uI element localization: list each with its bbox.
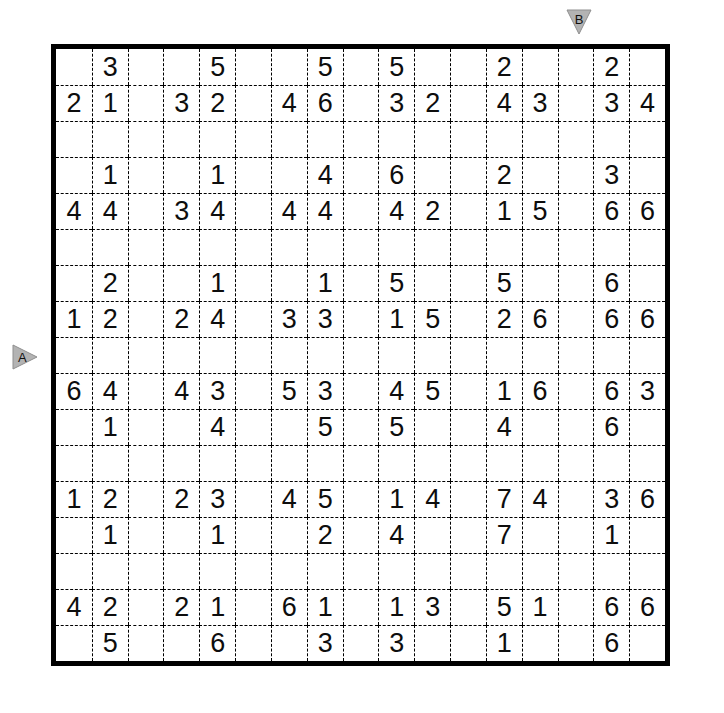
grid-cell <box>307 229 343 265</box>
grid-cell <box>629 49 665 85</box>
grid-cell-given: 1 <box>199 589 235 625</box>
grid-cell-given: 1 <box>486 625 522 661</box>
grid-cell <box>522 157 558 193</box>
grid-cell-given: 4 <box>378 517 414 553</box>
grid-cell <box>92 445 128 481</box>
grid-cell <box>163 409 199 445</box>
grid-cell <box>558 409 594 445</box>
grid-cell-given: 4 <box>522 481 558 517</box>
grid-cell-given: 1 <box>378 481 414 517</box>
grid-cell <box>56 337 92 373</box>
grid-cell-given: 1 <box>56 301 92 337</box>
grid-cell <box>92 337 128 373</box>
grid-cell-given: 4 <box>199 301 235 337</box>
grid-cell-given: 4 <box>271 481 307 517</box>
grid-cell <box>450 337 486 373</box>
grid-cell <box>235 193 271 229</box>
grid-cell <box>163 121 199 157</box>
grid-cell <box>128 85 164 121</box>
grid-cell-given: 6 <box>593 193 629 229</box>
grid-cell <box>522 229 558 265</box>
grid-cell <box>414 121 450 157</box>
grid-cell-given: 7 <box>486 481 522 517</box>
grid-cell <box>92 553 128 589</box>
grid-cell-given: 2 <box>92 265 128 301</box>
grid-cell-given: 2 <box>163 481 199 517</box>
grid-cell-given: 5 <box>378 409 414 445</box>
marker-a-label: A <box>18 350 27 365</box>
grid-cell-given: 2 <box>92 481 128 517</box>
grid-cell-given: 6 <box>522 301 558 337</box>
grid-cell <box>343 589 379 625</box>
grid-cell <box>235 49 271 85</box>
grid-cell <box>199 553 235 589</box>
grid-cell-given: 1 <box>199 517 235 553</box>
grid-cell <box>128 229 164 265</box>
grid-cell <box>343 409 379 445</box>
grid-cell-given: 3 <box>92 49 128 85</box>
grid-cell <box>450 445 486 481</box>
grid-cell <box>92 121 128 157</box>
grid-cell <box>593 337 629 373</box>
grid-cell <box>163 625 199 661</box>
grid-cell <box>271 337 307 373</box>
grid-cell <box>486 445 522 481</box>
grid-cell-given: 2 <box>163 589 199 625</box>
grid-cell <box>163 517 199 553</box>
grid-cell <box>414 625 450 661</box>
grid-cell <box>414 409 450 445</box>
grid-cell-given: 5 <box>486 265 522 301</box>
grid-cell-given: 6 <box>593 409 629 445</box>
grid-cell <box>235 85 271 121</box>
grid-cell <box>163 337 199 373</box>
grid-cell-given: 1 <box>522 589 558 625</box>
grid-cell <box>343 85 379 121</box>
grid-cell-given: 2 <box>92 589 128 625</box>
grid-cell <box>343 193 379 229</box>
grid-cell <box>271 157 307 193</box>
grid-cell <box>414 49 450 85</box>
grid-cell <box>486 229 522 265</box>
grid-cell-given: 4 <box>486 85 522 121</box>
grid-cell-given: 4 <box>629 85 665 121</box>
grid-cell <box>450 553 486 589</box>
grid-cell <box>343 157 379 193</box>
grid-cell <box>235 445 271 481</box>
puzzle-grid: 3555222132463243341146234434444215662115… <box>56 49 665 661</box>
grid-cell-given: 2 <box>414 85 450 121</box>
grid-cell-given: 1 <box>56 481 92 517</box>
grid-cell-given: 6 <box>593 265 629 301</box>
grid-cell-given: 4 <box>486 409 522 445</box>
grid-cell <box>450 85 486 121</box>
marker-b-label: B <box>575 12 584 27</box>
grid-cell <box>343 229 379 265</box>
grid-cell-given: 1 <box>307 589 343 625</box>
grid-cell <box>558 265 594 301</box>
grid-cell <box>450 49 486 85</box>
grid-cell <box>414 517 450 553</box>
grid-cell-given: 1 <box>378 589 414 625</box>
grid-cell <box>56 229 92 265</box>
grid-cell-given: 3 <box>199 373 235 409</box>
grid-cell <box>92 229 128 265</box>
grid-cell <box>343 481 379 517</box>
grid-cell-given: 2 <box>486 301 522 337</box>
grid-cell <box>128 193 164 229</box>
grid-cell-given: 3 <box>593 85 629 121</box>
grid-cell <box>629 517 665 553</box>
grid-cell-given: 1 <box>92 517 128 553</box>
grid-cell <box>629 121 665 157</box>
grid-cell <box>128 373 164 409</box>
grid-cell <box>522 337 558 373</box>
grid-cell <box>593 121 629 157</box>
grid-cell <box>593 445 629 481</box>
grid-cell <box>163 265 199 301</box>
grid-cell <box>593 553 629 589</box>
grid-cell <box>128 589 164 625</box>
grid-cell <box>128 49 164 85</box>
grid-cell <box>235 337 271 373</box>
grid-cell <box>486 553 522 589</box>
grid-cell <box>56 409 92 445</box>
grid-cell <box>235 301 271 337</box>
grid-cell <box>56 265 92 301</box>
grid-cell <box>558 373 594 409</box>
grid-cell <box>271 445 307 481</box>
grid-cell <box>450 517 486 553</box>
grid-cell <box>343 625 379 661</box>
grid-cell-given: 2 <box>56 85 92 121</box>
grid-cell <box>414 553 450 589</box>
grid-cell <box>378 553 414 589</box>
grid-cell-given: 5 <box>92 625 128 661</box>
grid-cell-given: 2 <box>199 85 235 121</box>
grid-cell-given: 1 <box>486 373 522 409</box>
grid-cell <box>307 445 343 481</box>
grid-cell <box>343 301 379 337</box>
grid-cell <box>558 301 594 337</box>
grid-cell <box>450 373 486 409</box>
grid-cell <box>128 517 164 553</box>
grid-cell <box>558 625 594 661</box>
grid-cell-given: 4 <box>56 589 92 625</box>
grid-cell <box>271 49 307 85</box>
grid-cell-given: 1 <box>199 265 235 301</box>
grid-cell-given: 4 <box>163 373 199 409</box>
grid-cell-given: 5 <box>378 49 414 85</box>
grid-cell <box>450 589 486 625</box>
grid-cell <box>235 265 271 301</box>
grid-cell-given: 7 <box>486 517 522 553</box>
grid-cell <box>128 337 164 373</box>
grid-cell <box>163 445 199 481</box>
grid-cell <box>307 337 343 373</box>
grid-cell <box>450 121 486 157</box>
grid-cell-given: 1 <box>92 157 128 193</box>
grid-cell <box>235 625 271 661</box>
grid-cell-given: 1 <box>307 265 343 301</box>
grid-cell-given: 2 <box>593 49 629 85</box>
grid-cell-given: 4 <box>271 193 307 229</box>
grid-cell-given: 6 <box>522 373 558 409</box>
grid-cell <box>414 265 450 301</box>
puzzle-page: B A 355522213246324334114623443444421566… <box>0 0 724 713</box>
grid-cell <box>558 49 594 85</box>
grid-cell <box>343 121 379 157</box>
grid-cell <box>522 445 558 481</box>
grid-cell <box>558 481 594 517</box>
grid-cell <box>343 337 379 373</box>
grid-cell-given: 6 <box>593 373 629 409</box>
grid-cell-given: 3 <box>522 85 558 121</box>
grid-cell-given: 4 <box>56 193 92 229</box>
grid-cell <box>271 265 307 301</box>
grid-cell-given: 4 <box>92 193 128 229</box>
grid-cell-given: 3 <box>271 301 307 337</box>
grid-cell <box>629 265 665 301</box>
grid-cell-given: 4 <box>307 193 343 229</box>
grid-cell <box>56 625 92 661</box>
grid-cell-given: 6 <box>271 589 307 625</box>
grid-cell <box>450 157 486 193</box>
grid-cell <box>343 373 379 409</box>
grid-cell <box>199 121 235 157</box>
grid-cell-given: 2 <box>414 193 450 229</box>
grid-cell-given: 1 <box>199 157 235 193</box>
grid-cell <box>558 193 594 229</box>
grid-cell-given: 1 <box>486 193 522 229</box>
grid-cell <box>163 229 199 265</box>
grid-cell <box>450 481 486 517</box>
grid-cell <box>56 553 92 589</box>
grid-cell <box>450 301 486 337</box>
grid-cell <box>163 553 199 589</box>
puzzle-board: 3555222132463243341146234434444215662115… <box>51 44 670 666</box>
grid-cell <box>414 157 450 193</box>
grid-cell <box>235 481 271 517</box>
grid-cell-given: 4 <box>199 409 235 445</box>
grid-cell <box>235 589 271 625</box>
grid-cell <box>486 337 522 373</box>
grid-cell <box>128 481 164 517</box>
grid-cell-given: 2 <box>486 157 522 193</box>
grid-cell <box>307 121 343 157</box>
grid-cell <box>378 445 414 481</box>
grid-cell <box>522 265 558 301</box>
grid-cell <box>450 265 486 301</box>
grid-cell-given: 6 <box>629 193 665 229</box>
grid-cell-given: 5 <box>199 49 235 85</box>
grid-cell <box>128 445 164 481</box>
grid-cell-given: 3 <box>199 481 235 517</box>
grid-cell-given: 5 <box>414 373 450 409</box>
grid-cell <box>163 49 199 85</box>
grid-cell <box>199 229 235 265</box>
grid-cell <box>629 445 665 481</box>
grid-cell <box>271 625 307 661</box>
grid-cell-given: 3 <box>163 193 199 229</box>
grid-cell-given: 3 <box>593 157 629 193</box>
grid-cell <box>271 121 307 157</box>
grid-cell <box>522 517 558 553</box>
grid-cell-given: 5 <box>378 265 414 301</box>
grid-cell-given: 3 <box>629 373 665 409</box>
grid-cell-given: 3 <box>593 481 629 517</box>
grid-cell-given: 5 <box>307 481 343 517</box>
grid-cell <box>128 625 164 661</box>
grid-cell <box>56 121 92 157</box>
grid-cell <box>235 373 271 409</box>
grid-cell <box>56 517 92 553</box>
grid-cell <box>235 517 271 553</box>
grid-cell-given: 6 <box>199 625 235 661</box>
grid-cell <box>629 229 665 265</box>
grid-cell <box>558 517 594 553</box>
grid-cell <box>343 49 379 85</box>
grid-cell-given: 6 <box>629 301 665 337</box>
grid-cell <box>558 85 594 121</box>
grid-cell <box>629 553 665 589</box>
grid-cell <box>522 625 558 661</box>
grid-cell <box>522 409 558 445</box>
grid-cell <box>235 157 271 193</box>
grid-cell <box>629 409 665 445</box>
grid-cell <box>128 121 164 157</box>
grid-cell <box>199 337 235 373</box>
grid-cell-given: 4 <box>378 193 414 229</box>
grid-cell-given: 1 <box>593 517 629 553</box>
grid-cell-given: 1 <box>92 409 128 445</box>
grid-cell <box>235 409 271 445</box>
grid-cell <box>450 229 486 265</box>
grid-cell <box>128 301 164 337</box>
grid-cell <box>56 157 92 193</box>
grid-cell-given: 1 <box>378 301 414 337</box>
grid-cell <box>128 265 164 301</box>
grid-cell <box>271 229 307 265</box>
grid-cell-given: 5 <box>271 373 307 409</box>
grid-cell <box>163 157 199 193</box>
grid-cell <box>378 337 414 373</box>
grid-cell <box>522 121 558 157</box>
marker-b: B <box>566 9 592 35</box>
grid-cell <box>414 337 450 373</box>
grid-cell-given: 4 <box>199 193 235 229</box>
grid-cell <box>378 229 414 265</box>
grid-cell-given: 6 <box>593 589 629 625</box>
grid-cell <box>128 157 164 193</box>
grid-cell <box>271 409 307 445</box>
grid-cell-given: 6 <box>629 481 665 517</box>
grid-cell <box>558 553 594 589</box>
grid-cell-given: 3 <box>414 589 450 625</box>
grid-cell-given: 3 <box>307 625 343 661</box>
grid-cell-given: 4 <box>271 85 307 121</box>
grid-cell <box>486 121 522 157</box>
grid-cell-given: 5 <box>414 301 450 337</box>
grid-cell-given: 6 <box>593 301 629 337</box>
grid-cell-given: 4 <box>414 481 450 517</box>
grid-cell <box>558 589 594 625</box>
grid-cell-given: 6 <box>307 85 343 121</box>
grid-cell <box>343 517 379 553</box>
grid-cell-given: 5 <box>307 409 343 445</box>
grid-cell-given: 3 <box>378 85 414 121</box>
grid-cell-given: 5 <box>486 589 522 625</box>
grid-cell <box>414 229 450 265</box>
grid-cell <box>629 157 665 193</box>
grid-cell <box>343 445 379 481</box>
grid-cell <box>629 625 665 661</box>
grid-cell <box>522 49 558 85</box>
grid-cell <box>199 445 235 481</box>
grid-cell <box>271 517 307 553</box>
grid-cell-given: 2 <box>486 49 522 85</box>
grid-cell <box>56 49 92 85</box>
grid-cell-given: 5 <box>522 193 558 229</box>
grid-cell <box>235 121 271 157</box>
grid-cell <box>558 445 594 481</box>
grid-cell-given: 6 <box>593 625 629 661</box>
marker-a: A <box>12 344 38 370</box>
grid-cell-given: 4 <box>307 157 343 193</box>
grid-cell-given: 1 <box>92 85 128 121</box>
grid-cell <box>522 553 558 589</box>
grid-cell <box>307 553 343 589</box>
grid-cell <box>128 409 164 445</box>
grid-cell <box>343 265 379 301</box>
grid-cell <box>128 553 164 589</box>
grid-cell <box>414 445 450 481</box>
grid-cell-given: 6 <box>56 373 92 409</box>
grid-cell <box>558 157 594 193</box>
grid-cell <box>558 121 594 157</box>
grid-cell <box>450 409 486 445</box>
grid-cell <box>558 337 594 373</box>
grid-cell-given: 4 <box>92 373 128 409</box>
grid-cell <box>558 229 594 265</box>
grid-cell-given: 3 <box>307 301 343 337</box>
grid-cell-given: 2 <box>92 301 128 337</box>
grid-cell <box>343 553 379 589</box>
grid-cell <box>235 229 271 265</box>
grid-cell <box>629 337 665 373</box>
grid-cell <box>450 625 486 661</box>
grid-cell <box>378 121 414 157</box>
grid-cell-given: 5 <box>307 49 343 85</box>
grid-cell-given: 3 <box>307 373 343 409</box>
grid-cell-given: 6 <box>629 589 665 625</box>
grid-cell-given: 4 <box>378 373 414 409</box>
grid-cell <box>450 193 486 229</box>
grid-cell-given: 3 <box>378 625 414 661</box>
grid-cell-given: 3 <box>163 85 199 121</box>
grid-cell-given: 2 <box>307 517 343 553</box>
grid-cell <box>56 445 92 481</box>
grid-cell <box>593 229 629 265</box>
grid-cell-given: 6 <box>378 157 414 193</box>
grid-cell <box>271 553 307 589</box>
grid-cell <box>235 553 271 589</box>
grid-cell-given: 2 <box>163 301 199 337</box>
